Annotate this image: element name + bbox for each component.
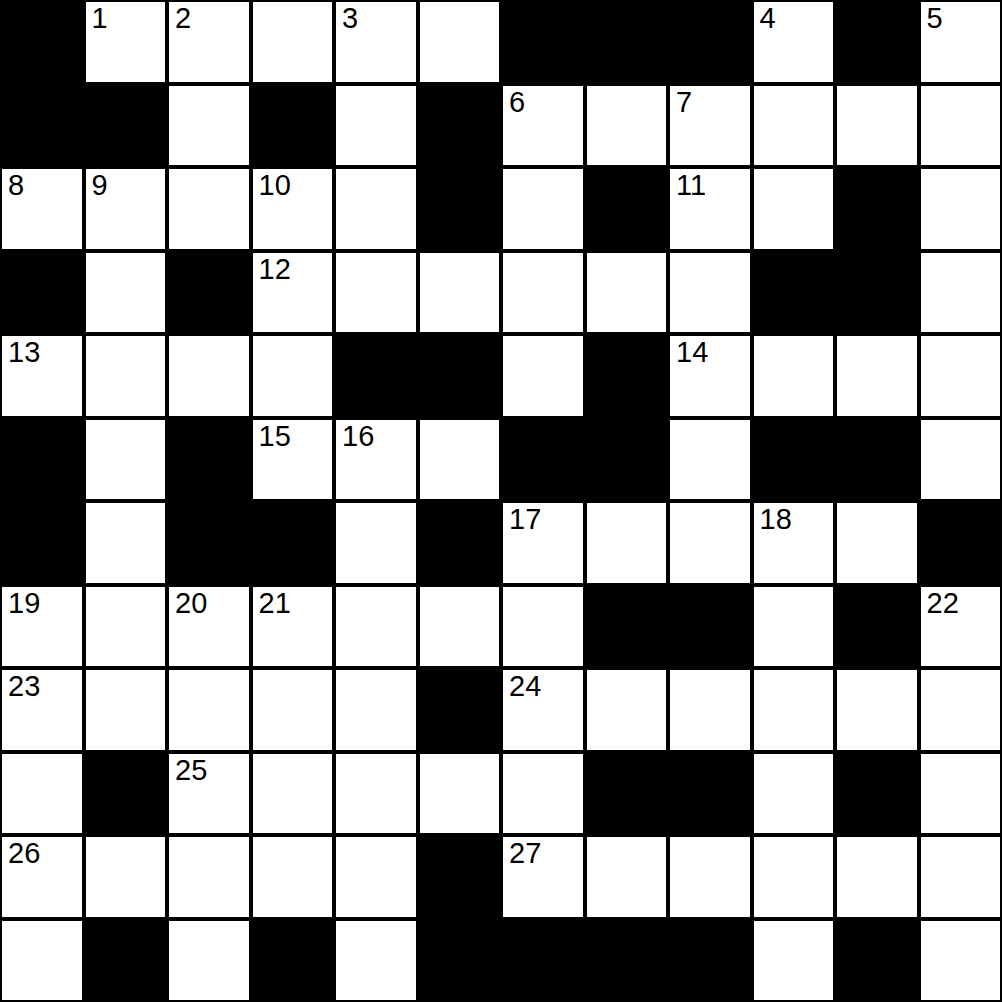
black-cell-r1c1 [84, 84, 168, 168]
black-cell-r9c8 [668, 752, 752, 836]
black-cell-r3c9 [752, 251, 836, 335]
white-cell-r7c4[interactable] [334, 585, 418, 669]
white-cell-r8c9[interactable] [752, 668, 836, 752]
black-cell-r5c0 [0, 418, 84, 502]
white-cell-r10c1[interactable] [84, 835, 168, 919]
white-cell-r0c1[interactable]: 1 [84, 0, 168, 84]
clue-number-23: 23 [8, 671, 40, 703]
white-cell-r4c10[interactable] [835, 334, 919, 418]
black-cell-r0c0 [0, 0, 84, 84]
black-cell-r4c5 [418, 334, 502, 418]
white-cell-r10c3[interactable] [251, 835, 335, 919]
white-cell-r9c4[interactable] [334, 752, 418, 836]
black-cell-r4c7 [585, 334, 669, 418]
white-cell-r7c6[interactable] [501, 585, 585, 669]
black-cell-r3c10 [835, 251, 919, 335]
clue-number-10: 10 [259, 170, 291, 202]
clue-number-6: 6 [509, 87, 525, 119]
black-cell-r11c6 [501, 919, 585, 1002]
white-cell-r9c0[interactable] [0, 752, 84, 836]
black-cell-r11c10 [835, 919, 919, 1002]
white-cell-r0c11[interactable]: 5 [919, 0, 1002, 84]
white-cell-r5c11[interactable] [919, 418, 1002, 502]
black-cell-r11c7 [585, 919, 669, 1002]
black-cell-r5c7 [585, 418, 669, 502]
clue-number-1: 1 [92, 3, 108, 35]
white-cell-r9c6[interactable] [501, 752, 585, 836]
black-cell-r4c4 [334, 334, 418, 418]
black-cell-r11c5 [418, 919, 502, 1002]
white-cell-r3c6[interactable] [501, 251, 585, 335]
white-cell-r9c5[interactable] [418, 752, 502, 836]
clue-number-2: 2 [175, 3, 191, 35]
clue-number-7: 7 [676, 87, 692, 119]
white-cell-r5c3[interactable]: 15 [251, 418, 335, 502]
white-cell-r0c9[interactable]: 4 [752, 0, 836, 84]
black-cell-r5c6 [501, 418, 585, 502]
clue-number-16: 16 [342, 421, 374, 453]
black-cell-r0c6 [501, 0, 585, 84]
white-cell-r11c4[interactable] [334, 919, 418, 1002]
black-cell-r7c10 [835, 585, 919, 669]
white-cell-r8c8[interactable] [668, 668, 752, 752]
white-cell-r3c11[interactable] [919, 251, 1002, 335]
white-cell-r5c5[interactable] [418, 418, 502, 502]
clue-number-5: 5 [927, 3, 943, 35]
white-cell-r6c8[interactable] [668, 501, 752, 585]
white-cell-r5c1[interactable] [84, 418, 168, 502]
white-cell-r2c2[interactable] [167, 167, 251, 251]
black-cell-r11c1 [84, 919, 168, 1002]
white-cell-r7c1[interactable] [84, 585, 168, 669]
white-cell-r11c0[interactable] [0, 919, 84, 1002]
white-cell-r5c8[interactable] [668, 418, 752, 502]
clue-number-12: 12 [259, 254, 291, 286]
white-cell-r6c4[interactable] [334, 501, 418, 585]
white-cell-r1c6[interactable]: 6 [501, 84, 585, 168]
clue-number-27: 27 [509, 838, 541, 870]
black-cell-r0c8 [668, 0, 752, 84]
black-cell-r0c7 [585, 0, 669, 84]
white-cell-r4c6[interactable] [501, 334, 585, 418]
white-cell-r9c11[interactable] [919, 752, 1002, 836]
white-cell-r4c3[interactable] [251, 334, 335, 418]
clue-number-24: 24 [509, 671, 541, 703]
clue-number-14: 14 [676, 337, 708, 369]
white-cell-r8c2[interactable] [167, 668, 251, 752]
white-cell-r1c9[interactable] [752, 84, 836, 168]
white-cell-r1c11[interactable] [919, 84, 1002, 168]
white-cell-r0c2[interactable]: 2 [167, 0, 251, 84]
white-cell-r4c0[interactable]: 13 [0, 334, 84, 418]
white-cell-r9c3[interactable] [251, 752, 335, 836]
white-cell-r1c8[interactable]: 7 [668, 84, 752, 168]
white-cell-r1c10[interactable] [835, 84, 919, 168]
white-cell-r3c3[interactable]: 12 [251, 251, 335, 335]
white-cell-r4c8[interactable]: 14 [668, 334, 752, 418]
white-cell-r6c7[interactable] [585, 501, 669, 585]
white-cell-r0c3[interactable] [251, 0, 335, 84]
white-cell-r4c2[interactable] [167, 334, 251, 418]
clue-number-3: 3 [342, 3, 358, 35]
black-cell-r3c2 [167, 251, 251, 335]
white-cell-r10c6[interactable]: 27 [501, 835, 585, 919]
white-cell-r0c4[interactable]: 3 [334, 0, 418, 84]
white-cell-r4c1[interactable] [84, 334, 168, 418]
white-cell-r2c9[interactable] [752, 167, 836, 251]
black-cell-r5c9 [752, 418, 836, 502]
clue-number-22: 22 [927, 588, 959, 620]
white-cell-r6c6[interactable]: 17 [501, 501, 585, 585]
white-cell-r7c3[interactable]: 21 [251, 585, 335, 669]
white-cell-r7c5[interactable] [418, 585, 502, 669]
clue-number-8: 8 [8, 170, 24, 202]
white-cell-r11c11[interactable] [919, 919, 1002, 1002]
white-cell-r6c9[interactable]: 18 [752, 501, 836, 585]
white-cell-r8c3[interactable] [251, 668, 335, 752]
crossword-board: 1234567891011121314151617181920212223242… [0, 0, 1002, 1002]
clue-number-15: 15 [259, 421, 291, 453]
black-cell-r11c8 [668, 919, 752, 1002]
white-cell-r11c9[interactable] [752, 919, 836, 1002]
white-cell-r10c8[interactable] [668, 835, 752, 919]
black-cell-r2c5 [418, 167, 502, 251]
white-cell-r1c7[interactable] [585, 84, 669, 168]
white-cell-r10c4[interactable] [334, 835, 418, 919]
white-cell-r11c2[interactable] [167, 919, 251, 1002]
black-cell-r6c0 [0, 501, 84, 585]
white-cell-r8c10[interactable] [835, 668, 919, 752]
white-cell-r7c9[interactable] [752, 585, 836, 669]
black-cell-r5c10 [835, 418, 919, 502]
black-cell-r5c2 [167, 418, 251, 502]
black-cell-r6c2 [167, 501, 251, 585]
black-cell-r6c3 [251, 501, 335, 585]
black-cell-r9c1 [84, 752, 168, 836]
white-cell-r3c7[interactable] [585, 251, 669, 335]
clue-number-21: 21 [259, 588, 291, 620]
clue-number-13: 13 [8, 337, 40, 369]
white-cell-r2c6[interactable] [501, 167, 585, 251]
clue-number-11: 11 [676, 170, 706, 202]
white-cell-r8c0[interactable]: 23 [0, 668, 84, 752]
white-cell-r10c2[interactable] [167, 835, 251, 919]
black-cell-r7c7 [585, 585, 669, 669]
white-cell-r9c2[interactable]: 25 [167, 752, 251, 836]
white-cell-r8c6[interactable]: 24 [501, 668, 585, 752]
white-cell-r10c9[interactable] [752, 835, 836, 919]
black-cell-r11c3 [251, 919, 335, 1002]
black-cell-r2c7 [585, 167, 669, 251]
white-cell-r6c10[interactable] [835, 501, 919, 585]
black-cell-r0c10 [835, 0, 919, 84]
white-cell-r0c5[interactable] [418, 0, 502, 84]
black-cell-r6c5 [418, 501, 502, 585]
white-cell-r8c7[interactable] [585, 668, 669, 752]
black-cell-r10c5 [418, 835, 502, 919]
clue-number-9: 9 [92, 170, 108, 202]
white-cell-r7c2[interactable]: 20 [167, 585, 251, 669]
black-cell-r8c5 [418, 668, 502, 752]
white-cell-r5c4[interactable]: 16 [334, 418, 418, 502]
clue-number-26: 26 [8, 838, 40, 870]
white-cell-r2c4[interactable] [334, 167, 418, 251]
black-cell-r1c3 [251, 84, 335, 168]
white-cell-r2c1[interactable]: 9 [84, 167, 168, 251]
white-cell-r8c4[interactable] [334, 668, 418, 752]
white-cell-r7c11[interactable]: 22 [919, 585, 1002, 669]
white-cell-r10c0[interactable]: 26 [0, 835, 84, 919]
clue-number-20: 20 [175, 588, 207, 620]
clue-number-4: 4 [760, 3, 776, 35]
black-cell-r3c0 [0, 251, 84, 335]
white-cell-r3c5[interactable] [418, 251, 502, 335]
white-cell-r3c1[interactable] [84, 251, 168, 335]
white-cell-r7c0[interactable]: 19 [0, 585, 84, 669]
white-cell-r6c1[interactable] [84, 501, 168, 585]
white-cell-r3c4[interactable] [334, 251, 418, 335]
black-cell-r6c11 [919, 501, 1002, 585]
white-cell-r2c0[interactable]: 8 [0, 167, 84, 251]
clue-number-17: 17 [509, 504, 541, 536]
black-cell-r1c5 [418, 84, 502, 168]
clue-number-19: 19 [8, 588, 40, 620]
black-cell-r1c0 [0, 84, 84, 168]
white-cell-r10c11[interactable] [919, 835, 1002, 919]
white-cell-r8c1[interactable] [84, 668, 168, 752]
white-cell-r10c10[interactable] [835, 835, 919, 919]
white-cell-r4c11[interactable] [919, 334, 1002, 418]
black-cell-r2c10 [835, 167, 919, 251]
clue-number-25: 25 [175, 755, 207, 787]
black-cell-r7c8 [668, 585, 752, 669]
white-cell-r10c7[interactable] [585, 835, 669, 919]
clue-number-18: 18 [760, 504, 792, 536]
black-cell-r9c7 [585, 752, 669, 836]
white-cell-r2c11[interactable] [919, 167, 1002, 251]
white-cell-r9c9[interactable] [752, 752, 836, 836]
white-cell-r8c11[interactable] [919, 668, 1002, 752]
black-cell-r9c10 [835, 752, 919, 836]
white-cell-r1c2[interactable] [167, 84, 251, 168]
white-cell-r4c9[interactable] [752, 334, 836, 418]
white-cell-r2c8[interactable]: 11 [668, 167, 752, 251]
white-cell-r3c8[interactable] [668, 251, 752, 335]
white-cell-r1c4[interactable] [334, 84, 418, 168]
white-cell-r2c3[interactable]: 10 [251, 167, 335, 251]
